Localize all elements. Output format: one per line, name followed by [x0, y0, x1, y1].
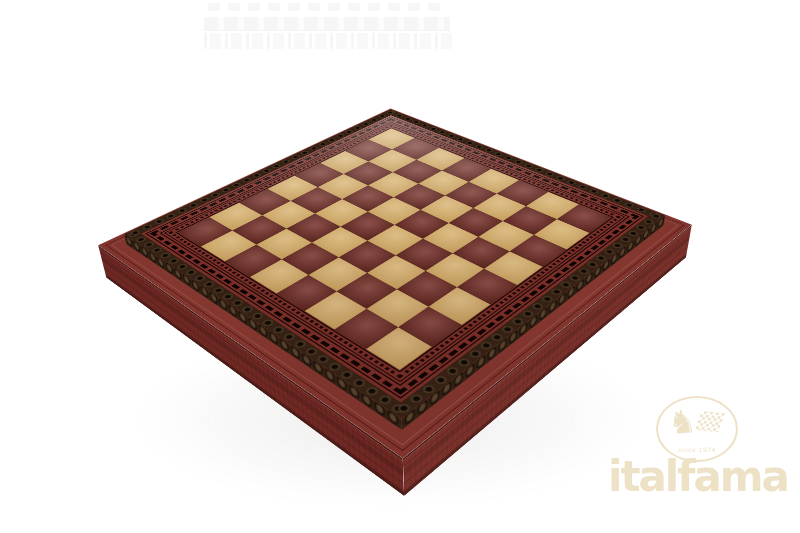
brand-wordmark: italfama	[598, 452, 798, 501]
checkerboard-icon	[695, 411, 725, 432]
knight-icon: ♞	[667, 405, 698, 439]
product-photo-scene: ♞ since 1974 italfama	[0, 0, 800, 533]
